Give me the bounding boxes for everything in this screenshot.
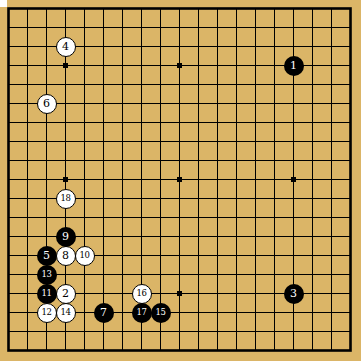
stone-move-12-white: 12: [37, 303, 57, 323]
stones-layer: 123456789101112131415161718: [0, 0, 360, 360]
stone-move-10-white: 10: [75, 246, 95, 266]
stone-move-13-black: 13: [37, 265, 57, 285]
stone-move-16-white: 16: [132, 284, 152, 304]
move-number: 1: [290, 60, 297, 71]
move-number: 2: [62, 288, 69, 299]
move-number: 15: [155, 308, 165, 317]
stone-move-6-white: 6: [37, 94, 57, 114]
move-number: 8: [62, 250, 69, 261]
move-number: 10: [79, 251, 89, 260]
stone-move-18-white: 18: [56, 189, 76, 209]
move-number: 4: [62, 41, 69, 52]
corner-notch: [0, 0, 7, 7]
stone-move-5-black: 5: [37, 246, 57, 266]
stone-move-17-black: 17: [132, 303, 152, 323]
stone-move-8-white: 8: [56, 246, 76, 266]
stone-move-2-white: 2: [56, 284, 76, 304]
move-number: 6: [43, 98, 50, 109]
stone-move-9-black: 9: [56, 227, 76, 247]
stone-move-4-white: 4: [56, 37, 76, 57]
stone-move-7-black: 7: [94, 303, 114, 323]
move-number: 7: [100, 307, 107, 318]
move-number: 11: [41, 289, 51, 298]
stone-move-15-black: 15: [151, 303, 171, 323]
move-number: 3: [290, 288, 297, 299]
move-number: 12: [41, 308, 51, 317]
move-number: 16: [136, 289, 146, 298]
stone-move-3-black: 3: [284, 284, 304, 304]
move-number: 14: [60, 308, 70, 317]
go-board: 123456789101112131415161718: [0, 0, 361, 361]
move-number: 13: [41, 270, 51, 279]
stone-move-14-white: 14: [56, 303, 76, 323]
move-number: 17: [136, 308, 146, 317]
move-number: 9: [62, 231, 69, 242]
stone-move-1-black: 1: [284, 56, 304, 76]
stone-move-11-black: 11: [37, 284, 57, 304]
move-number: 5: [43, 250, 50, 261]
move-number: 18: [60, 194, 70, 203]
